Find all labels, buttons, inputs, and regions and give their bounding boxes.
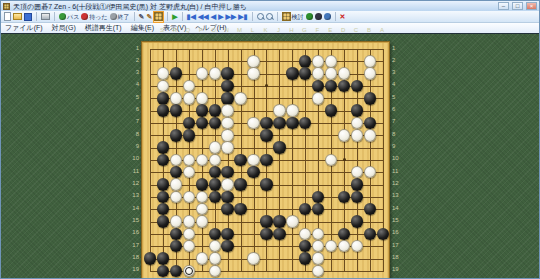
- white-stone: [286, 104, 298, 116]
- white-stone: [209, 154, 221, 166]
- white-stone: [183, 154, 195, 166]
- menu-item[interactable]: 棋譜再生(T): [85, 23, 122, 33]
- col-label: E: [326, 27, 335, 33]
- save-button[interactable]: [24, 12, 32, 22]
- white-stone: [183, 265, 195, 277]
- white-stone: [183, 215, 195, 227]
- row-label: 1: [129, 45, 139, 51]
- black-stone: [221, 67, 233, 79]
- black-stone: [209, 178, 221, 190]
- row-label: 12: [129, 180, 139, 186]
- black-stone: [377, 228, 389, 240]
- row-label: 15: [392, 217, 402, 223]
- study-button[interactable]: 検討: [282, 12, 304, 22]
- white-stone: [170, 92, 182, 104]
- col-label: L: [248, 27, 257, 33]
- pass-button[interactable]: パス: [59, 12, 79, 22]
- row-label: 9: [392, 143, 402, 149]
- black-stone: [351, 178, 363, 190]
- white-stone: [312, 265, 324, 277]
- black-stone: [196, 117, 208, 129]
- black-stone: [260, 178, 272, 190]
- new-file-button-icon: [4, 12, 11, 21]
- row-label: 16: [392, 229, 402, 235]
- row-label: 2: [392, 57, 402, 63]
- white-stone: [196, 92, 208, 104]
- row-label: 7: [392, 118, 402, 124]
- white-stone: [247, 67, 259, 79]
- col-label: T: [145, 27, 154, 33]
- black-stone: [209, 104, 221, 116]
- network-blue-button-icon: [324, 13, 331, 20]
- black-stone: [157, 252, 169, 264]
- network-green-button-icon: [306, 13, 313, 20]
- white-stone: [364, 67, 376, 79]
- white-stone: [364, 55, 376, 67]
- study-button-label: 検討: [292, 12, 304, 22]
- col-label: S: [157, 27, 166, 33]
- white-stone: [183, 80, 195, 92]
- toolbar-separator: [335, 12, 336, 21]
- white-stone: [351, 129, 363, 141]
- white-stone: [209, 265, 221, 277]
- white-stone: [325, 55, 337, 67]
- black-stone: [209, 117, 221, 129]
- study-button-icon: [282, 12, 291, 21]
- white-stone: [183, 228, 195, 240]
- row-label: 6: [129, 106, 139, 112]
- toolbar-separator: [277, 12, 278, 21]
- toolbar-separator: [182, 12, 183, 21]
- network-blue-button[interactable]: [324, 12, 331, 22]
- col-label: P: [196, 27, 205, 33]
- black-stone: [183, 129, 195, 141]
- black-stone: [157, 104, 169, 116]
- mark-pencil-button-icon: ✎: [146, 12, 152, 22]
- end-button[interactable]: 終了: [110, 12, 130, 22]
- board-tool-button[interactable]: [154, 12, 163, 22]
- row-label: 1: [392, 45, 402, 51]
- pass-button-icon: [59, 13, 66, 20]
- new-file-button[interactable]: [4, 12, 11, 22]
- toolbar-separator: [54, 12, 55, 21]
- nav-last-button-icon: ▶▮: [238, 12, 247, 22]
- open-file-button-icon: [13, 13, 22, 20]
- black-stone: [170, 67, 182, 79]
- black-stone: [364, 92, 376, 104]
- white-stone: [170, 191, 182, 203]
- black-stone: [234, 154, 246, 166]
- nav-forward10-button[interactable]: ▶▶: [226, 12, 237, 22]
- white-stone: [312, 92, 324, 104]
- black-stone: [157, 265, 169, 277]
- black-stone: [221, 92, 233, 104]
- white-stone: [312, 55, 324, 67]
- go-board[interactable]: [141, 41, 390, 279]
- row-label: 3: [129, 69, 139, 75]
- white-stone: [170, 215, 182, 227]
- black-stone: [273, 228, 285, 240]
- black-stone: [286, 117, 298, 129]
- row-label: 3: [392, 69, 402, 75]
- black-stone: [157, 178, 169, 190]
- col-label: K: [261, 27, 270, 33]
- play-button-icon: ▶: [172, 12, 177, 22]
- white-stone: [247, 154, 259, 166]
- row-label: 19: [392, 266, 402, 272]
- black-stone: [221, 228, 233, 240]
- nav-forward-button-icon: ▶: [218, 12, 223, 22]
- row-label: 10: [392, 155, 402, 161]
- white-stone: [170, 178, 182, 190]
- row-label: 4: [392, 81, 402, 87]
- zoom-in-button[interactable]: [266, 12, 273, 22]
- white-stone: [221, 178, 233, 190]
- row-label: 9: [129, 143, 139, 149]
- white-stone: [247, 117, 259, 129]
- black-stone: [260, 228, 272, 240]
- print-button[interactable]: [41, 12, 50, 22]
- col-label: J: [274, 27, 283, 33]
- black-stone: [260, 154, 272, 166]
- network-dark-button-icon: [315, 13, 322, 20]
- network-green-button[interactable]: [306, 12, 313, 22]
- row-label: 11: [129, 168, 139, 174]
- black-stone: [196, 178, 208, 190]
- black-stone: [273, 117, 285, 129]
- toolbar: パス待った終了✎✎▶▮◀◀◀◀▶▶▶▶▮検討✕: [1, 11, 539, 23]
- nav-first-button[interactable]: ▮◀: [187, 12, 196, 22]
- row-label: 2: [129, 57, 139, 63]
- row-label: 11: [392, 168, 402, 174]
- col-label: D: [339, 27, 348, 33]
- white-stone: [286, 215, 298, 227]
- title-bar: 天頂の囲碁7 Zen - 6(十段戦①/伊田篤史(黒) 対 芝野虎丸(白) / …: [1, 1, 539, 11]
- zoom-out-button-icon: [257, 13, 264, 20]
- white-stone: [196, 215, 208, 227]
- edit-pencil-button[interactable]: ✎: [139, 12, 145, 22]
- row-label: 17: [392, 242, 402, 248]
- black-stone: [221, 191, 233, 203]
- white-stone: [364, 129, 376, 141]
- white-stone: [325, 67, 337, 79]
- toolbar-separator: [134, 12, 135, 21]
- nav-forward-button[interactable]: ▶: [218, 12, 223, 22]
- black-stone: [170, 129, 182, 141]
- black-stone: [351, 215, 363, 227]
- nav-back10-button-icon: ◀◀: [198, 12, 209, 22]
- black-stone: [273, 141, 285, 153]
- black-stone: [157, 92, 169, 104]
- row-label: 7: [129, 118, 139, 124]
- toolbar-separator: [167, 12, 168, 21]
- zoom-out-button[interactable]: [257, 12, 264, 22]
- black-stone: [144, 252, 156, 264]
- row-label: 17: [129, 242, 139, 248]
- black-stone: [221, 80, 233, 92]
- undo-button-label: 待った: [89, 12, 107, 22]
- row-label: 15: [129, 217, 139, 223]
- zoom-in-button-icon: [266, 13, 273, 20]
- col-label: R: [170, 27, 179, 33]
- row-label: 13: [129, 192, 139, 198]
- white-stone: [221, 104, 233, 116]
- white-stone: [221, 141, 233, 153]
- white-stone: [183, 92, 195, 104]
- col-label: B: [364, 27, 373, 33]
- black-stone: [170, 104, 182, 116]
- white-stone: [196, 67, 208, 79]
- nav-back-button[interactable]: ◀: [211, 12, 216, 22]
- maximize-button[interactable]: □: [512, 2, 523, 10]
- row-label: 5: [129, 94, 139, 100]
- black-stone: [260, 129, 272, 141]
- app-window: 天頂の囲碁7 Zen - 6(十段戦①/伊田篤史(黒) 対 芝野虎丸(白) / …: [0, 0, 540, 279]
- delete-button-icon: ✕: [340, 12, 346, 22]
- white-stone: [157, 67, 169, 79]
- black-stone: [325, 104, 337, 116]
- col-label: N: [222, 27, 231, 33]
- col-label: C: [352, 27, 361, 33]
- row-label: 6: [392, 106, 402, 112]
- game-area: TTSSRRQQPPOONNMMLLKKJJHHGGFFEEDDCCBBAA11…: [1, 33, 539, 279]
- black-stone: [170, 228, 182, 240]
- black-stone: [273, 215, 285, 227]
- white-stone: [247, 252, 259, 264]
- nav-back10-button[interactable]: ◀◀: [198, 12, 209, 22]
- row-label: 19: [129, 266, 139, 272]
- col-label: O: [209, 27, 218, 33]
- pass-button-label: パス: [67, 12, 79, 22]
- white-stone: [196, 252, 208, 264]
- white-stone: [209, 67, 221, 79]
- black-stone: [299, 55, 311, 67]
- black-stone: [260, 117, 272, 129]
- row-label: 5: [392, 94, 402, 100]
- white-stone: [221, 129, 233, 141]
- white-stone: [273, 104, 285, 116]
- board-tool-button-icon: [154, 12, 163, 21]
- white-stone: [234, 92, 246, 104]
- black-stone: [196, 104, 208, 116]
- app-icon: [3, 3, 10, 10]
- open-file-button[interactable]: [13, 12, 22, 22]
- end-button-label: 終了: [118, 12, 130, 22]
- col-label: G: [300, 27, 309, 33]
- mark-pencil-button[interactable]: ✎: [146, 12, 152, 22]
- menu-bar: ファイル(F)対局(G)棋譜再生(T)編集(E)表示(V)ヘルプ(H): [1, 23, 539, 33]
- nav-last-button[interactable]: ▶▮: [238, 12, 247, 22]
- black-stone: [183, 117, 195, 129]
- undo-button-icon: [81, 13, 88, 20]
- print-button-icon: [41, 13, 50, 20]
- col-label: M: [235, 27, 244, 33]
- white-stone: [338, 67, 350, 79]
- black-stone: [209, 191, 221, 203]
- white-stone: [183, 191, 195, 203]
- row-label: 8: [392, 131, 402, 137]
- menu-item[interactable]: 対局(G): [52, 23, 76, 33]
- row-label: 16: [129, 229, 139, 235]
- white-stone: [221, 117, 233, 129]
- end-button-icon: [110, 13, 117, 20]
- black-stone: [351, 104, 363, 116]
- black-stone: [157, 215, 169, 227]
- toolbar-separator: [252, 12, 253, 21]
- row-label: 8: [129, 131, 139, 137]
- row-label: 4: [129, 81, 139, 87]
- black-stone: [260, 215, 272, 227]
- white-stone: [196, 154, 208, 166]
- network-dark-button[interactable]: [315, 12, 322, 22]
- row-label: 10: [129, 155, 139, 161]
- black-stone: [286, 67, 298, 79]
- undo-button[interactable]: 待った: [81, 12, 107, 22]
- nav-back-button-icon: ◀: [211, 12, 216, 22]
- col-label: Q: [183, 27, 192, 33]
- black-stone: [234, 178, 246, 190]
- window-title: 天頂の囲碁7 Zen - 6(十段戦①/伊田篤史(黒) 対 芝野虎丸(白) / …: [13, 2, 495, 11]
- white-stone: [196, 191, 208, 203]
- black-stone: [157, 141, 169, 153]
- black-stone: [209, 228, 221, 240]
- row-label: 14: [129, 205, 139, 211]
- col-label: H: [287, 27, 296, 33]
- row-label: 12: [392, 180, 402, 186]
- col-label: A: [377, 27, 386, 33]
- row-label: 13: [392, 192, 402, 198]
- edit-pencil-button-icon: ✎: [139, 12, 145, 22]
- white-stone: [209, 252, 221, 264]
- delete-button[interactable]: ✕: [340, 12, 346, 22]
- menu-item[interactable]: ファイル(F): [5, 23, 43, 33]
- play-button[interactable]: ▶: [172, 12, 177, 22]
- nav-first-button-icon: ▮◀: [187, 12, 196, 22]
- save-button-icon: [24, 13, 32, 21]
- row-label: 18: [129, 254, 139, 260]
- row-label: 14: [392, 205, 402, 211]
- close-button[interactable]: ×: [526, 2, 537, 10]
- white-stone: [247, 55, 259, 67]
- white-stone: [209, 141, 221, 153]
- nav-forward10-button-icon: ▶▶: [226, 12, 237, 22]
- toolbar-separator: [36, 12, 37, 21]
- minimize-button[interactable]: –: [498, 2, 509, 10]
- black-stone: [170, 265, 182, 277]
- white-stone: [338, 129, 350, 141]
- col-label: F: [313, 27, 322, 33]
- row-label: 18: [392, 254, 402, 260]
